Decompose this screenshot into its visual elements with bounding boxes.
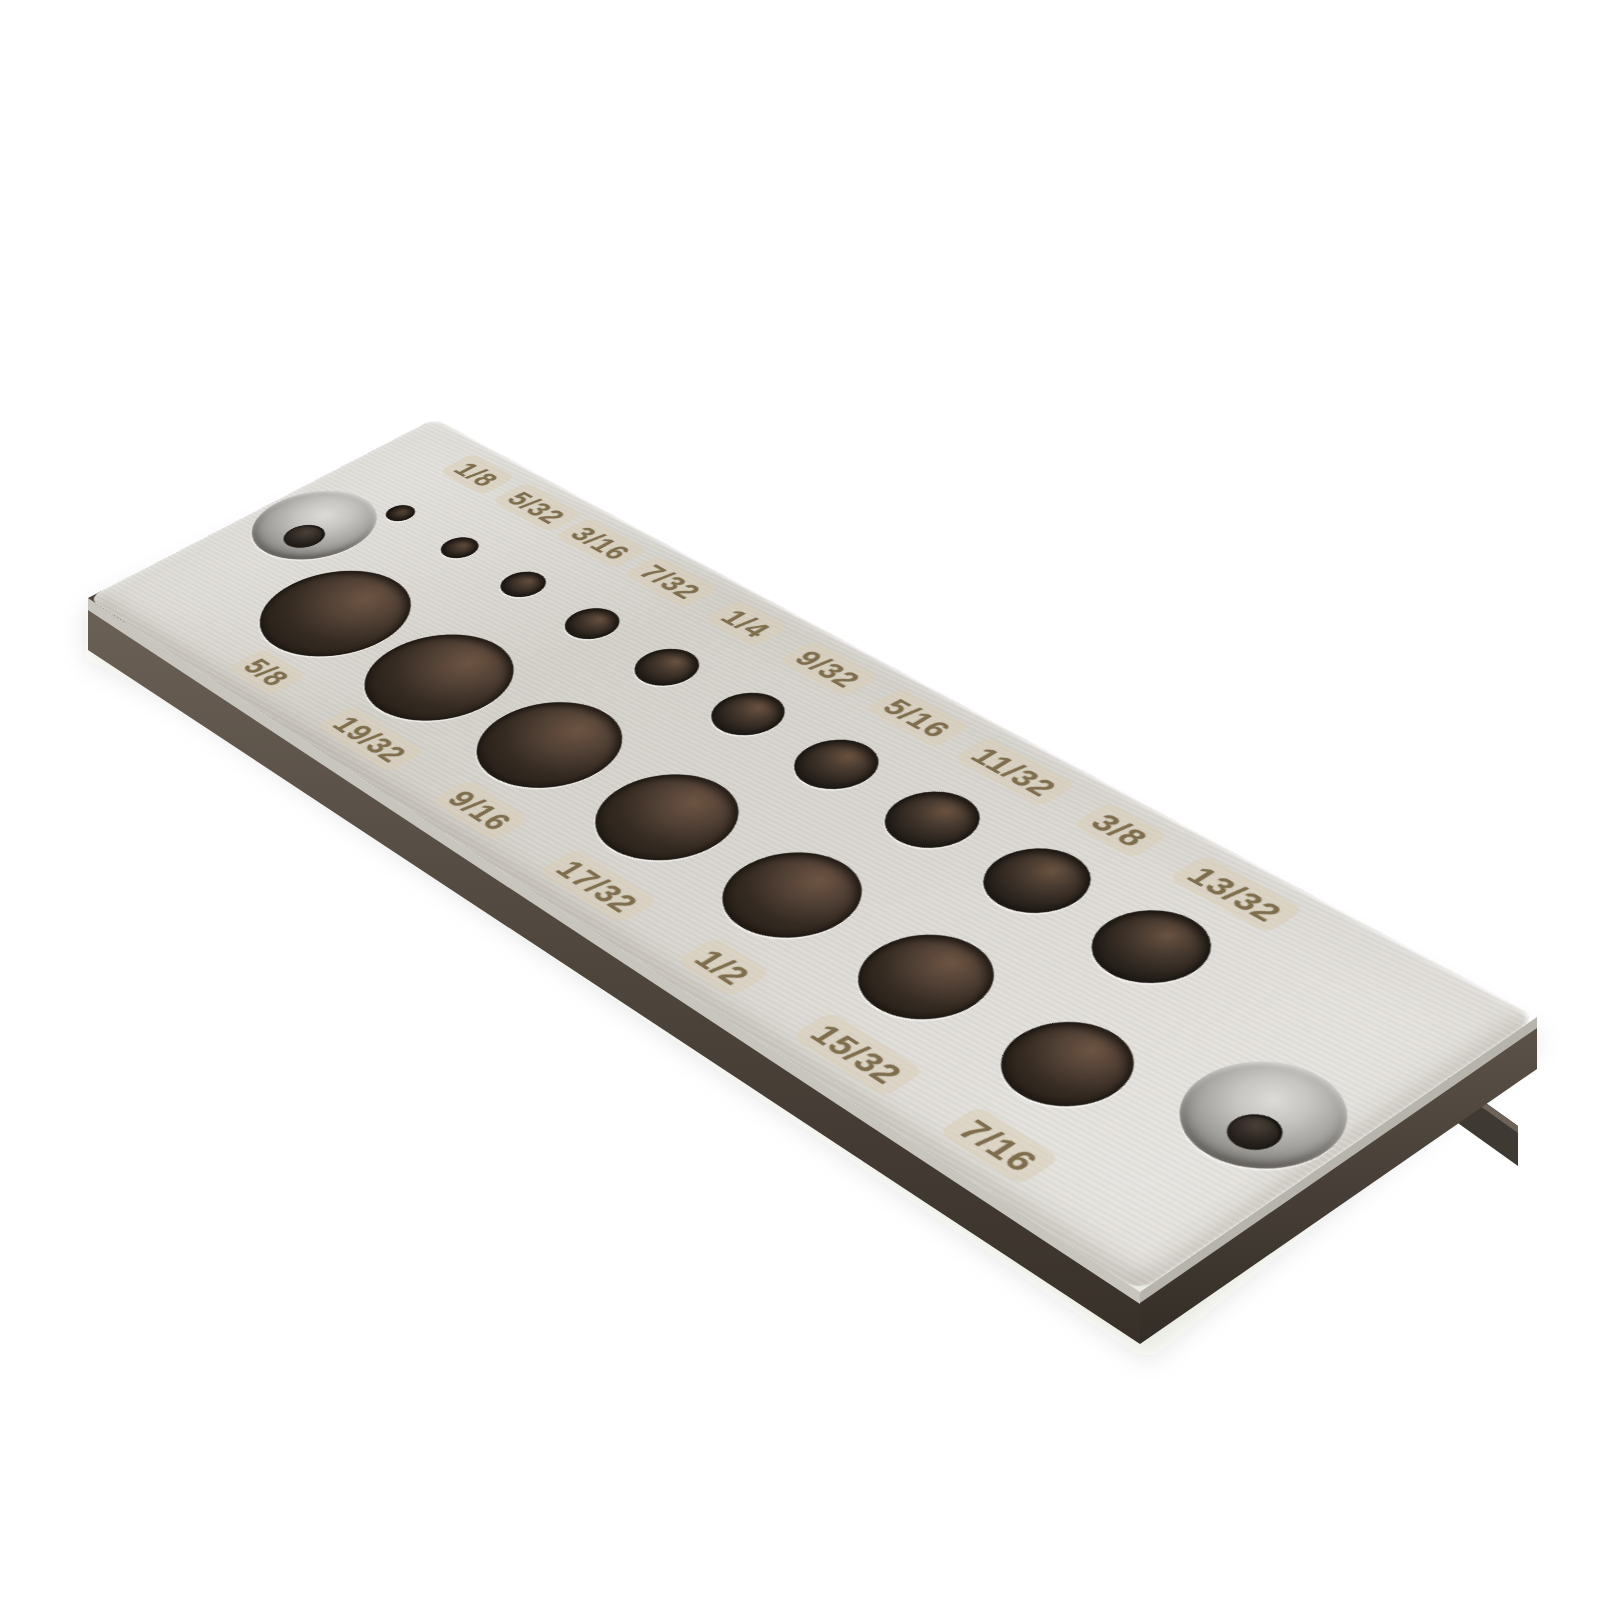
hole-9-32 xyxy=(696,684,800,744)
hole-5-16 xyxy=(777,730,896,800)
hole-1-8 xyxy=(380,502,421,524)
size-label-1-4: 1/4 xyxy=(704,600,789,648)
hole-1-2 xyxy=(694,835,891,955)
hole-11-32 xyxy=(865,780,999,859)
hole-13-32 xyxy=(1067,895,1236,998)
size-label-3-8: 3/8 xyxy=(1072,802,1169,858)
size-label-1-2: 1/2 xyxy=(676,937,771,997)
hole-1-4 xyxy=(622,641,713,693)
countersink-center-hole xyxy=(1216,1107,1294,1157)
size-label-5-8: 5/8 xyxy=(227,648,307,696)
size-label-1-8: 1/8 xyxy=(439,453,516,495)
scene: 1/85/323/167/321/49/325/1611/323/813/325… xyxy=(0,0,1600,1600)
size-label-9-16: 9/16 xyxy=(430,779,531,841)
hole-5-32 xyxy=(433,533,486,562)
countersink-center-hole xyxy=(275,520,333,552)
hole-7-32 xyxy=(554,602,631,645)
hole-7-16 xyxy=(974,1005,1161,1124)
hole-3-8 xyxy=(961,835,1113,926)
hole-3-16 xyxy=(491,566,555,602)
hole-15-32 xyxy=(831,918,1022,1037)
